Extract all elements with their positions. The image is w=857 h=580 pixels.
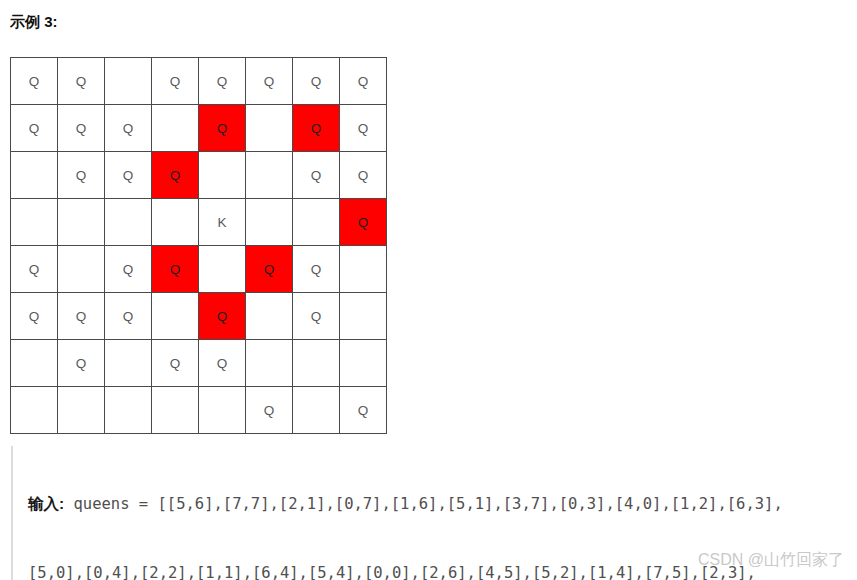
queen-piece: Q (76, 168, 87, 183)
queen-piece: Q (358, 168, 369, 183)
queen-piece: Q (123, 168, 134, 183)
board-cell (199, 246, 246, 293)
board-cell (58, 246, 105, 293)
board-cell (152, 387, 199, 434)
queen-piece: Q (358, 74, 369, 89)
board-cell (152, 199, 199, 246)
board-cell: Q (11, 58, 58, 105)
board-cell: Q (293, 58, 340, 105)
board-cell (340, 293, 387, 340)
board-cell (58, 387, 105, 434)
queen-piece: Q (217, 356, 228, 371)
board-cell: Q (246, 246, 293, 293)
queen-piece: Q (29, 121, 40, 136)
queen-piece: Q (311, 121, 322, 136)
board-cell: Q (105, 152, 152, 199)
watermark: CSDN @山竹回家了 (698, 550, 844, 571)
queen-piece: Q (76, 74, 87, 89)
queen-piece: Q (217, 74, 228, 89)
board-cell: Q (58, 293, 105, 340)
queen-piece: Q (358, 121, 369, 136)
board-cell (246, 293, 293, 340)
queen-piece: Q (311, 74, 322, 89)
board-cell (293, 199, 340, 246)
board-cell (105, 340, 152, 387)
queen-piece: Q (29, 309, 40, 324)
board-cell: Q (293, 293, 340, 340)
queen-piece: Q (76, 121, 87, 136)
queen-piece: Q (170, 262, 181, 277)
queen-piece: Q (123, 121, 134, 136)
queen-piece: Q (217, 121, 228, 136)
board-cell: Q (199, 58, 246, 105)
queen-piece: Q (76, 356, 87, 371)
board-cell: Q (340, 199, 387, 246)
board-cell: Q (11, 293, 58, 340)
board-cell: Q (246, 58, 293, 105)
queen-piece: Q (217, 309, 228, 324)
queen-piece: Q (123, 262, 134, 277)
board-cell: Q (58, 152, 105, 199)
board-cell (11, 199, 58, 246)
board-cell: Q (152, 340, 199, 387)
board-cell: Q (11, 105, 58, 152)
board-cell: Q (340, 387, 387, 434)
queen-piece: Q (264, 403, 275, 418)
board-cell: Q (199, 340, 246, 387)
page: 示例 3: QQQQQQQQQQQQQQQQQQKQQQQQQQQQQQQQQQ… (0, 0, 857, 580)
queen-piece: Q (29, 262, 40, 277)
board-cell (152, 293, 199, 340)
board-cell (199, 152, 246, 199)
board-cell (246, 340, 293, 387)
board-cell: Q (246, 387, 293, 434)
board-cell: Q (152, 152, 199, 199)
board-cell (11, 387, 58, 434)
board-cell (11, 152, 58, 199)
board-cell: Q (58, 58, 105, 105)
chess-board: QQQQQQQQQQQQQQQQQQKQQQQQQQQQQQQQQQQ (10, 57, 387, 434)
board-cell: Q (11, 246, 58, 293)
queen-piece: Q (358, 403, 369, 418)
board-cell (293, 387, 340, 434)
input-text-2: [5,0],[0,4],[2,2],[1,1],[6,4],[5,4],[0,0… (28, 564, 756, 580)
king-piece: K (217, 215, 226, 230)
board-cell (340, 340, 387, 387)
queen-piece: Q (170, 168, 181, 183)
board-cell (58, 199, 105, 246)
board-cell: Q (199, 293, 246, 340)
board-cell: Q (58, 105, 105, 152)
queen-piece: Q (76, 309, 87, 324)
board-cell: Q (105, 246, 152, 293)
board-cell (105, 387, 152, 434)
queen-piece: Q (311, 309, 322, 324)
board-cell: Q (152, 58, 199, 105)
board-cell: K (199, 199, 246, 246)
board-cell (293, 340, 340, 387)
board-cell (246, 199, 293, 246)
board-cell: Q (152, 246, 199, 293)
board-cell (152, 105, 199, 152)
queen-piece: Q (311, 262, 322, 277)
board-cell: Q (58, 340, 105, 387)
queen-piece: Q (170, 74, 181, 89)
queen-piece: Q (264, 74, 275, 89)
queen-piece: Q (358, 215, 369, 230)
input-label: 输入: (28, 495, 64, 512)
board-cell: Q (199, 105, 246, 152)
board-cell: Q (340, 58, 387, 105)
queen-piece: Q (311, 168, 322, 183)
board-cell (105, 58, 152, 105)
board-cell: Q (105, 293, 152, 340)
queen-piece: Q (29, 74, 40, 89)
board-cell: Q (293, 152, 340, 199)
board-cell: Q (293, 246, 340, 293)
board-cell (199, 387, 246, 434)
board-cell (246, 152, 293, 199)
queen-piece: Q (170, 356, 181, 371)
input-line-1: 输入: queens = [[5,6],[7,7],[2,1],[0,7],[1… (28, 492, 847, 516)
input-text-1: queens = [[5,6],[7,7],[2,1],[0,7],[1,6],… (64, 495, 783, 513)
queen-piece: Q (123, 309, 134, 324)
board-cell (11, 340, 58, 387)
board-cell (340, 246, 387, 293)
example-title: 示例 3: (10, 13, 58, 32)
queen-piece: Q (264, 262, 275, 277)
board-cell (105, 199, 152, 246)
board-cell: Q (340, 105, 387, 152)
board-cell: Q (293, 105, 340, 152)
board-cell: Q (340, 152, 387, 199)
board-cell: Q (105, 105, 152, 152)
board-cell (246, 105, 293, 152)
